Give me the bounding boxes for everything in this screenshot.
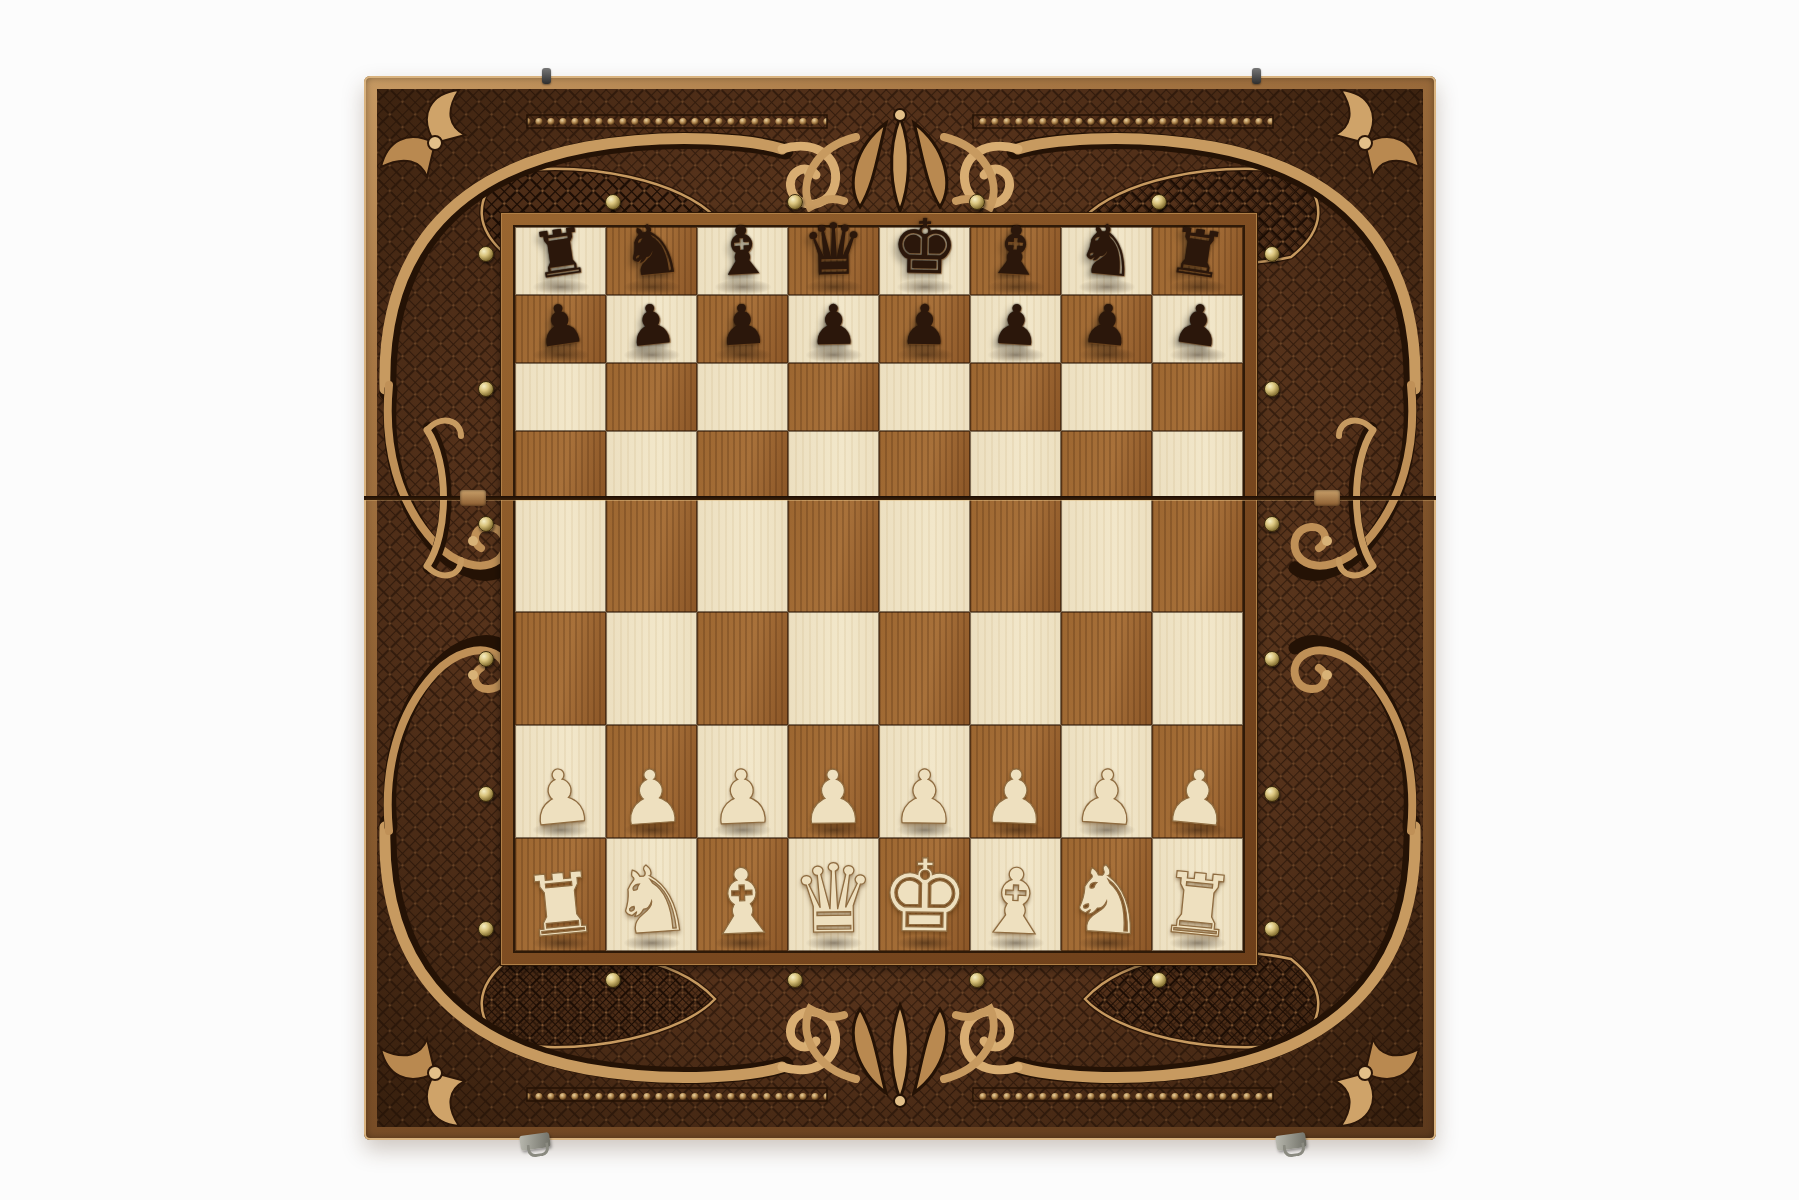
piece-glyph: ♜ xyxy=(1165,218,1230,289)
square-g5[interactable] xyxy=(1061,431,1152,499)
white-bishop[interactable]: ♝ xyxy=(970,855,1061,945)
square-b5[interactable] xyxy=(606,431,697,499)
black-pawn[interactable]: ♟ xyxy=(879,312,970,367)
black-rook[interactable]: ♜ xyxy=(515,236,606,299)
square-c8[interactable]: ♝ xyxy=(697,227,788,295)
black-queen[interactable]: ♛ xyxy=(788,228,879,299)
brass-screw xyxy=(478,786,494,802)
square-f8[interactable]: ♝ xyxy=(970,227,1061,295)
brass-screw xyxy=(1264,651,1280,667)
square-c4[interactable] xyxy=(697,499,788,612)
white-queen[interactable]: ♛ xyxy=(788,850,879,945)
black-pawn[interactable]: ♟ xyxy=(970,312,1061,367)
square-d5[interactable] xyxy=(788,431,879,499)
square-g3[interactable] xyxy=(1061,612,1152,725)
square-f7[interactable]: ♟ xyxy=(970,295,1061,363)
black-bishop[interactable]: ♝ xyxy=(697,232,788,299)
square-h6[interactable] xyxy=(1152,363,1243,431)
black-rook[interactable]: ♜ xyxy=(1152,236,1243,299)
piece-glyph: ♝ xyxy=(710,216,774,287)
square-f6[interactable] xyxy=(970,363,1061,431)
piece-glyph: ♟ xyxy=(989,297,1042,355)
square-f2[interactable]: ♟ xyxy=(970,725,1061,838)
square-g4[interactable] xyxy=(1061,499,1152,612)
square-g6[interactable] xyxy=(1061,363,1152,431)
square-g7[interactable]: ♟ xyxy=(1061,295,1152,363)
square-d4[interactable] xyxy=(788,499,879,612)
piece-glyph: ♜ xyxy=(1156,860,1239,951)
square-c2[interactable]: ♟ xyxy=(697,725,788,838)
white-bishop[interactable]: ♝ xyxy=(697,855,788,945)
square-h7[interactable]: ♟ xyxy=(1152,295,1243,363)
square-b8[interactable]: ♞ xyxy=(606,227,697,295)
square-e1[interactable]: ♚ xyxy=(879,838,970,951)
black-king[interactable]: ♚ xyxy=(879,224,970,299)
piece-glyph: ♝ xyxy=(973,855,1057,948)
piece-glyph: ♟ xyxy=(899,297,949,353)
white-pawn[interactable]: ♟ xyxy=(697,758,788,832)
square-f4[interactable] xyxy=(970,499,1061,612)
latch-pin-left[interactable] xyxy=(542,68,551,84)
square-b7[interactable]: ♟ xyxy=(606,295,697,363)
square-c7[interactable]: ♟ xyxy=(697,295,788,363)
square-a7[interactable]: ♟ xyxy=(515,295,606,363)
hinge-left xyxy=(460,490,486,506)
piece-glyph: ♟ xyxy=(891,760,958,835)
square-f3[interactable] xyxy=(970,612,1061,725)
square-g1[interactable]: ♞ xyxy=(1061,838,1152,951)
piece-glyph: ♟ xyxy=(624,296,679,356)
black-pawn[interactable]: ♟ xyxy=(515,312,606,367)
black-pawn[interactable]: ♟ xyxy=(1061,312,1152,367)
piece-glyph: ♝ xyxy=(700,855,784,948)
square-d8[interactable]: ♛ xyxy=(788,227,879,295)
square-a8[interactable]: ♜ xyxy=(515,227,606,295)
piece-glyph: ♞ xyxy=(1062,852,1151,950)
clasp-hook-right[interactable] xyxy=(1275,1132,1307,1151)
piece-glyph: ♟ xyxy=(708,759,777,836)
brass-screw xyxy=(1151,194,1167,210)
square-g8[interactable]: ♞ xyxy=(1061,227,1152,295)
brass-screw xyxy=(787,972,803,988)
brass-screw xyxy=(787,194,803,210)
brass-screw xyxy=(478,516,494,532)
white-knight[interactable]: ♞ xyxy=(606,853,697,945)
brass-screw xyxy=(1264,246,1280,262)
square-a5[interactable] xyxy=(515,431,606,499)
square-f5[interactable] xyxy=(970,431,1061,499)
square-a4[interactable] xyxy=(515,499,606,612)
square-h3[interactable] xyxy=(1152,612,1243,725)
square-h5[interactable] xyxy=(1152,431,1243,499)
square-a1[interactable]: ♜ xyxy=(515,838,606,951)
piece-glyph: ♛ xyxy=(801,213,866,285)
brass-screw xyxy=(478,921,494,937)
black-pawn[interactable]: ♟ xyxy=(697,312,788,367)
photo-stage: ♜♞♝♛♚♝♞♜♟♟♟♟♟♟♟♟♟♟♟♟♟♟♟♟♜♞♝♛♚♝♞♜ xyxy=(0,0,1799,1200)
square-h8[interactable]: ♜ xyxy=(1152,227,1243,295)
piece-glyph: ♟ xyxy=(1161,757,1234,837)
square-b3[interactable] xyxy=(606,612,697,725)
piece-glyph: ♟ xyxy=(808,297,858,353)
square-e8[interactable]: ♚ xyxy=(879,227,970,295)
square-e4[interactable] xyxy=(879,499,970,612)
square-h1[interactable]: ♜ xyxy=(1152,838,1243,951)
carved-chess-box: ♜♞♝♛♚♝♞♜♟♟♟♟♟♟♟♟♟♟♟♟♟♟♟♟♜♞♝♛♚♝♞♜ xyxy=(364,76,1436,1140)
brass-screw xyxy=(969,972,985,988)
brass-screw xyxy=(1264,516,1280,532)
brass-screw xyxy=(969,194,985,210)
square-c5[interactable] xyxy=(697,431,788,499)
black-pawn[interactable]: ♟ xyxy=(788,312,879,367)
piece-glyph: ♟ xyxy=(1071,758,1142,836)
piece-glyph: ♟ xyxy=(524,757,597,837)
piece-glyph: ♟ xyxy=(1169,295,1226,357)
white-king[interactable]: ♚ xyxy=(879,845,970,945)
brass-screw xyxy=(478,651,494,667)
piece-glyph: ♞ xyxy=(617,213,686,288)
latch-pin-right[interactable] xyxy=(1252,68,1261,84)
white-pawn[interactable]: ♟ xyxy=(879,758,970,832)
piece-glyph: ♛ xyxy=(790,851,876,947)
white-pawn[interactable]: ♟ xyxy=(1152,758,1243,832)
chess-board: ♜♞♝♛♚♝♞♜♟♟♟♟♟♟♟♟♟♟♟♟♟♟♟♟♜♞♝♛♚♝♞♜ xyxy=(515,227,1243,951)
brass-screw xyxy=(1264,381,1280,397)
brass-screw xyxy=(1264,786,1280,802)
square-f1[interactable]: ♝ xyxy=(970,838,1061,951)
brass-screw xyxy=(478,381,494,397)
square-a3[interactable] xyxy=(515,612,606,725)
square-e5[interactable] xyxy=(879,431,970,499)
hinge-right xyxy=(1314,490,1340,506)
square-d2[interactable]: ♟ xyxy=(788,725,879,838)
square-b2[interactable]: ♟ xyxy=(606,725,697,838)
piece-glyph: ♟ xyxy=(1079,296,1134,356)
brass-screw xyxy=(605,194,621,210)
square-e2[interactable]: ♟ xyxy=(879,725,970,838)
square-a2[interactable]: ♟ xyxy=(515,725,606,838)
white-pawn[interactable]: ♟ xyxy=(970,758,1061,832)
piece-glyph: ♟ xyxy=(981,759,1050,836)
white-pawn[interactable]: ♟ xyxy=(1061,758,1152,832)
white-pawn[interactable]: ♟ xyxy=(606,758,697,832)
square-e6[interactable] xyxy=(879,363,970,431)
clasp-hook-left[interactable] xyxy=(519,1132,551,1151)
black-bishop[interactable]: ♝ xyxy=(970,232,1061,299)
piece-glyph: ♜ xyxy=(528,218,593,289)
square-d6[interactable] xyxy=(788,363,879,431)
square-c1[interactable]: ♝ xyxy=(697,838,788,951)
black-knight[interactable]: ♞ xyxy=(1061,230,1152,299)
black-pawn[interactable]: ♟ xyxy=(1152,312,1243,367)
piece-glyph: ♚ xyxy=(879,846,970,947)
brass-screw xyxy=(478,246,494,262)
piece-glyph: ♟ xyxy=(616,758,687,836)
square-g2[interactable]: ♟ xyxy=(1061,725,1152,838)
piece-glyph: ♟ xyxy=(800,760,867,835)
square-b1[interactable]: ♞ xyxy=(606,838,697,951)
black-pawn[interactable]: ♟ xyxy=(606,312,697,367)
brass-screw xyxy=(1151,972,1167,988)
box-hinge-seam xyxy=(364,496,1436,500)
white-knight[interactable]: ♞ xyxy=(1061,853,1152,945)
piece-glyph: ♚ xyxy=(890,209,959,285)
piece-glyph: ♟ xyxy=(716,297,769,355)
white-pawn[interactable]: ♟ xyxy=(788,758,879,832)
square-h4[interactable] xyxy=(1152,499,1243,612)
white-rook[interactable]: ♜ xyxy=(1152,861,1243,945)
square-d1[interactable]: ♛ xyxy=(788,838,879,951)
square-d3[interactable] xyxy=(788,612,879,725)
piece-glyph: ♞ xyxy=(1072,213,1141,288)
board-frame: ♜♞♝♛♚♝♞♜♟♟♟♟♟♟♟♟♟♟♟♟♟♟♟♟♜♞♝♛♚♝♞♜ xyxy=(500,212,1258,966)
square-c3[interactable] xyxy=(697,612,788,725)
piece-glyph: ♟ xyxy=(532,295,589,357)
square-b6[interactable] xyxy=(606,363,697,431)
square-d7[interactable]: ♟ xyxy=(788,295,879,363)
square-a6[interactable] xyxy=(515,363,606,431)
piece-glyph: ♞ xyxy=(607,852,696,950)
white-rook[interactable]: ♜ xyxy=(515,861,606,945)
white-pawn[interactable]: ♟ xyxy=(515,758,606,832)
brass-screw xyxy=(605,972,621,988)
square-e3[interactable] xyxy=(879,612,970,725)
brass-screw xyxy=(1264,921,1280,937)
square-b4[interactable] xyxy=(606,499,697,612)
square-h2[interactable]: ♟ xyxy=(1152,725,1243,838)
square-c6[interactable] xyxy=(697,363,788,431)
piece-glyph: ♝ xyxy=(983,216,1047,287)
black-knight[interactable]: ♞ xyxy=(606,230,697,299)
square-e7[interactable]: ♟ xyxy=(879,295,970,363)
piece-glyph: ♜ xyxy=(519,860,602,951)
